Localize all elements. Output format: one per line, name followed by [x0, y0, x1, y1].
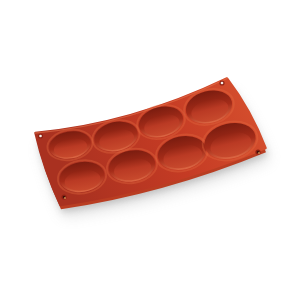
hole-grommet-glint [258, 152, 260, 154]
product-photo [0, 0, 292, 292]
corner-hanging-hole [38, 133, 43, 138]
hole-center [39, 135, 42, 138]
corner-hanging-hole [219, 80, 224, 85]
silicone-mold-illustration [0, 0, 292, 292]
corner-hanging-hole [61, 194, 66, 199]
corner-hanging-hole [255, 149, 260, 154]
hole-grommet-glint [64, 197, 66, 199]
hole-center [221, 82, 224, 85]
